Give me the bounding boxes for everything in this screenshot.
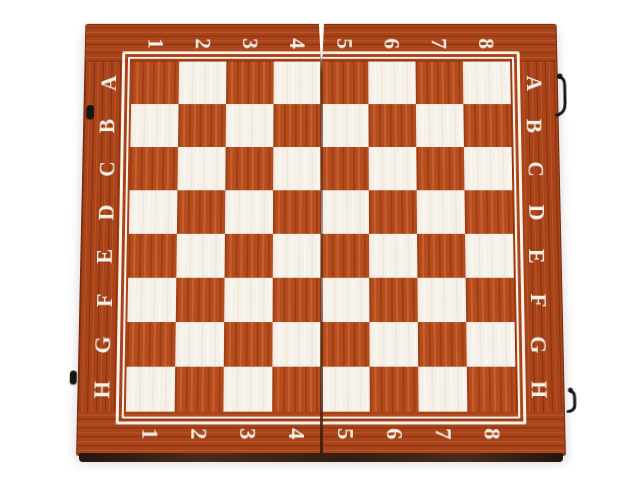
left-letter-C: C: [83, 147, 131, 190]
square-D7[interactable]: [417, 190, 465, 234]
top-number-7: 7: [415, 25, 463, 62]
coord-label: 3: [236, 428, 259, 439]
square-E4[interactable]: [273, 234, 321, 278]
bottom-number-8: 8: [467, 412, 517, 455]
chess-board: 12345678AABBCCDDEEFFGGHH12345678: [76, 24, 566, 456]
square-A5[interactable]: [321, 62, 368, 105]
square-A2[interactable]: [179, 62, 227, 105]
coord-label: B: [96, 118, 119, 132]
square-D1[interactable]: [129, 190, 178, 234]
square-B8[interactable]: [463, 104, 511, 147]
top-number-1: 1: [132, 25, 180, 62]
top-number-2: 2: [179, 25, 227, 62]
square-C4[interactable]: [273, 147, 321, 190]
square-H1[interactable]: [126, 367, 175, 412]
coord-label: E: [526, 248, 549, 263]
square-E5[interactable]: [321, 234, 369, 278]
board-corner: [86, 25, 133, 62]
square-E1[interactable]: [128, 234, 177, 278]
latch-knob-left-top: [86, 105, 94, 119]
square-D3[interactable]: [225, 190, 273, 234]
coord-label: 7: [432, 428, 455, 439]
left-letter-F: F: [80, 278, 128, 322]
bottom-number-1: 1: [125, 412, 175, 455]
square-F6[interactable]: [369, 278, 418, 322]
coord-label: A: [97, 75, 120, 90]
square-B4[interactable]: [273, 104, 321, 147]
coord-label: A: [522, 75, 545, 90]
square-H7[interactable]: [418, 367, 467, 412]
right-letter-F: F: [514, 278, 562, 322]
square-H3[interactable]: [223, 367, 272, 412]
coord-label: H: [528, 380, 551, 397]
square-F5[interactable]: [321, 278, 369, 322]
coord-label: 6: [383, 428, 406, 439]
right-letter-B: B: [511, 104, 558, 147]
coord-label: F: [526, 293, 549, 307]
square-A1[interactable]: [131, 62, 179, 105]
square-E2[interactable]: [176, 234, 225, 278]
square-F8[interactable]: [466, 278, 515, 322]
coord-label: 5: [333, 38, 355, 49]
coord-label: H: [91, 380, 114, 397]
left-letter-G: G: [79, 322, 127, 367]
top-number-4: 4: [274, 25, 321, 62]
square-F3[interactable]: [224, 278, 273, 322]
left-letter-A: A: [85, 62, 132, 105]
square-C7[interactable]: [416, 147, 464, 190]
square-D6[interactable]: [369, 190, 417, 234]
coord-label: B: [523, 118, 546, 132]
square-B1[interactable]: [130, 104, 178, 147]
square-B2[interactable]: [178, 104, 226, 147]
square-G1[interactable]: [127, 322, 176, 367]
right-letter-H: H: [515, 367, 564, 412]
square-G3[interactable]: [224, 322, 273, 367]
square-F4[interactable]: [273, 278, 321, 322]
latch-hook-right-bottom: [564, 387, 577, 412]
top-number-8: 8: [462, 25, 510, 62]
square-E3[interactable]: [225, 234, 273, 278]
square-H6[interactable]: [370, 367, 419, 412]
bottom-number-7: 7: [419, 412, 468, 455]
square-A6[interactable]: [368, 62, 416, 105]
coord-label: F: [93, 293, 116, 307]
coord-label: G: [527, 336, 550, 353]
square-B6[interactable]: [368, 104, 416, 147]
coord-label: 5: [334, 428, 357, 439]
square-C8[interactable]: [464, 147, 512, 190]
board-grid: 12345678AABBCCDDEEFFGGHH12345678: [77, 25, 565, 455]
board-corner: [516, 412, 565, 455]
coord-label: 1: [145, 38, 167, 49]
coord-label: G: [92, 336, 115, 353]
board-perspective-wrap: 12345678AABBCCDDEEFFGGHH12345678: [76, 24, 564, 460]
square-G5[interactable]: [321, 322, 370, 367]
square-D4[interactable]: [273, 190, 321, 234]
square-C5[interactable]: [321, 147, 369, 190]
bottom-number-4: 4: [272, 412, 321, 455]
square-B7[interactable]: [416, 104, 464, 147]
coord-label: 2: [187, 428, 210, 439]
coord-label: 4: [285, 428, 308, 439]
board-corner: [77, 412, 126, 455]
square-G2[interactable]: [175, 322, 224, 367]
square-D8[interactable]: [464, 190, 513, 234]
right-letter-D: D: [512, 190, 560, 234]
coord-label: 4: [286, 38, 308, 49]
bottom-number-2: 2: [174, 412, 223, 455]
left-letter-H: H: [78, 367, 127, 412]
square-G7[interactable]: [418, 322, 467, 367]
coord-label: 7: [428, 38, 450, 49]
square-A7[interactable]: [416, 62, 464, 105]
square-G6[interactable]: [369, 322, 418, 367]
top-number-6: 6: [368, 25, 415, 62]
square-B5[interactable]: [321, 104, 369, 147]
square-C2[interactable]: [177, 147, 225, 190]
square-E8[interactable]: [465, 234, 514, 278]
top-number-5: 5: [321, 25, 368, 62]
coord-label: 8: [475, 38, 497, 49]
bottom-number-6: 6: [370, 412, 419, 455]
square-H5[interactable]: [321, 367, 370, 412]
photo-background: 12345678AABBCCDDEEFFGGHH12345678: [0, 0, 640, 480]
coord-label: D: [94, 204, 117, 220]
board-corner: [509, 25, 556, 62]
square-E6[interactable]: [369, 234, 417, 278]
square-F2[interactable]: [176, 278, 225, 322]
coord-label: C: [524, 161, 547, 177]
square-D2[interactable]: [177, 190, 225, 234]
bottom-number-3: 3: [223, 412, 272, 455]
right-letter-G: G: [515, 322, 563, 367]
latch-knob-left-bottom: [70, 371, 77, 385]
square-H8[interactable]: [467, 367, 516, 412]
coord-label: 6: [381, 38, 403, 49]
coord-label: E: [93, 248, 116, 263]
right-letter-C: C: [512, 147, 560, 190]
board-bottom-edge: [79, 453, 563, 462]
square-A4[interactable]: [274, 62, 321, 105]
top-number-3: 3: [226, 25, 273, 62]
square-A8[interactable]: [463, 62, 511, 105]
square-A3[interactable]: [226, 62, 274, 105]
coord-label: 3: [239, 38, 261, 49]
square-G8[interactable]: [466, 322, 515, 367]
right-letter-E: E: [513, 234, 561, 278]
square-C1[interactable]: [130, 147, 178, 190]
square-E7[interactable]: [417, 234, 466, 278]
left-letter-E: E: [81, 234, 129, 278]
coord-label: 8: [481, 428, 504, 439]
square-C6[interactable]: [369, 147, 417, 190]
bottom-number-5: 5: [321, 412, 370, 455]
coord-label: D: [525, 204, 548, 220]
latch-hook-right-top: [552, 73, 568, 118]
square-F1[interactable]: [127, 278, 176, 322]
coord-label: 1: [138, 428, 161, 439]
coord-label: 2: [192, 38, 214, 49]
square-F7[interactable]: [417, 278, 466, 322]
square-H2[interactable]: [175, 367, 224, 412]
square-B3[interactable]: [226, 104, 274, 147]
right-letter-A: A: [510, 62, 557, 105]
square-G4[interactable]: [272, 322, 321, 367]
square-C3[interactable]: [225, 147, 273, 190]
left-letter-D: D: [82, 190, 130, 234]
square-H4[interactable]: [272, 367, 321, 412]
square-D5[interactable]: [321, 190, 369, 234]
coord-label: C: [95, 161, 118, 177]
